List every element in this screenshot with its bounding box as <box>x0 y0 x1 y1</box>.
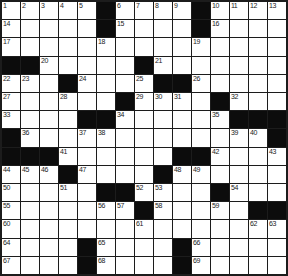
cell-r6c5[interactable] <box>78 93 96 110</box>
cell-r14c1[interactable]: 64 <box>2 239 20 256</box>
cell-r11c1[interactable]: 50 <box>2 184 20 201</box>
clue-number: 22 <box>3 75 10 83</box>
cell-r2c15[interactable] <box>268 20 286 37</box>
cell-r6c3[interactable] <box>40 93 58 110</box>
black-square <box>116 93 134 110</box>
cell-r4c12[interactable] <box>211 57 229 74</box>
cell-r7c7[interactable]: 34 <box>116 111 134 128</box>
cell-r4c15[interactable] <box>268 57 286 74</box>
cell-r13c1[interactable]: 60 <box>2 220 20 237</box>
cell-r7c4[interactable] <box>59 111 77 128</box>
cell-r4c3[interactable]: 20 <box>40 57 58 74</box>
black-square <box>268 129 286 146</box>
cell-r11c13[interactable]: 54 <box>230 184 248 201</box>
cell-r11c3[interactable] <box>40 184 58 201</box>
clue-number: 44 <box>3 166 10 174</box>
cell-r6c11[interactable] <box>192 93 210 110</box>
cell-r14c12[interactable] <box>211 239 229 256</box>
clue-number: 50 <box>3 184 10 192</box>
cell-r2c14[interactable] <box>249 20 267 37</box>
clue-number: 2 <box>22 2 25 10</box>
cell-r9c7[interactable] <box>116 148 134 165</box>
cell-r15c4[interactable] <box>59 257 77 274</box>
cell-r8c4[interactable] <box>59 129 77 146</box>
cell-r3c13[interactable] <box>230 38 248 55</box>
cell-r2c9[interactable] <box>154 20 172 37</box>
cell-r11c5[interactable] <box>78 184 96 201</box>
cell-r5c5[interactable]: 24 <box>78 75 96 92</box>
clue-number: 10 <box>212 2 219 10</box>
cell-r2c1[interactable]: 14 <box>2 20 20 37</box>
cell-r10c14[interactable] <box>249 166 267 183</box>
cell-r11c4[interactable]: 51 <box>59 184 77 201</box>
cell-r5c2[interactable]: 23 <box>21 75 39 92</box>
cell-r4c11[interactable] <box>192 57 210 74</box>
cell-r3c2[interactable] <box>21 38 39 55</box>
cell-r12c7[interactable]: 57 <box>116 202 134 219</box>
cell-r8c2[interactable]: 36 <box>21 129 39 146</box>
cell-r4c10[interactable] <box>173 57 191 74</box>
black-square <box>2 57 20 74</box>
cell-r6c10[interactable]: 31 <box>173 93 191 110</box>
cell-r15c1[interactable]: 67 <box>2 257 20 274</box>
clue-number: 69 <box>193 257 200 265</box>
cell-r4c7[interactable] <box>116 57 134 74</box>
cell-r9c14[interactable] <box>249 148 267 165</box>
cell-r10c10[interactable]: 48 <box>173 166 191 183</box>
cell-r8c3[interactable] <box>40 129 58 146</box>
cell-r8c6[interactable]: 38 <box>97 129 115 146</box>
black-square <box>173 257 191 274</box>
cell-r6c13[interactable]: 32 <box>230 93 248 110</box>
cell-r9c5[interactable] <box>78 148 96 165</box>
clue-number: 14 <box>3 20 10 28</box>
cell-r8c11[interactable] <box>192 129 210 146</box>
clue-number: 65 <box>98 239 105 247</box>
cell-r8c5[interactable]: 37 <box>78 129 96 146</box>
cell-r1c15[interactable]: 13 <box>268 2 286 19</box>
cell-r14c6[interactable]: 65 <box>97 239 115 256</box>
cell-r5c1[interactable]: 22 <box>2 75 20 92</box>
cell-r5c15[interactable] <box>268 75 286 92</box>
cell-r11c15[interactable] <box>268 184 286 201</box>
cell-r4c13[interactable] <box>230 57 248 74</box>
cell-r6c2[interactable] <box>21 93 39 110</box>
cell-r15c12[interactable] <box>211 257 229 274</box>
cell-r13c9[interactable] <box>154 220 172 237</box>
clue-number: 35 <box>212 111 219 119</box>
cell-r3c8[interactable] <box>135 38 153 55</box>
black-square <box>154 166 172 183</box>
cell-r14c14[interactable] <box>249 239 267 256</box>
clue-number: 39 <box>231 129 238 137</box>
cell-r1c14[interactable]: 12 <box>249 2 267 19</box>
clue-number: 30 <box>155 93 162 101</box>
clue-number: 11 <box>231 2 237 10</box>
cell-r3c9[interactable] <box>154 38 172 55</box>
cell-r5c13[interactable] <box>230 75 248 92</box>
cell-r2c2[interactable] <box>21 20 39 37</box>
cell-r3c11[interactable]: 19 <box>192 38 210 55</box>
black-square <box>59 75 77 92</box>
cell-r9c6[interactable] <box>97 148 115 165</box>
black-square <box>268 111 286 128</box>
cell-r1c9[interactable]: 8 <box>154 2 172 19</box>
black-square <box>249 202 267 219</box>
cell-r11c9[interactable]: 53 <box>154 184 172 201</box>
cell-r2c4[interactable] <box>59 20 77 37</box>
cell-r5c12[interactable] <box>211 75 229 92</box>
cell-r11c8[interactable]: 52 <box>135 184 153 201</box>
black-square <box>78 257 96 274</box>
cell-r14c8[interactable] <box>135 239 153 256</box>
clue-number: 40 <box>250 129 257 137</box>
cell-r5c11[interactable]: 26 <box>192 75 210 92</box>
cell-r1c13[interactable]: 11 <box>230 2 248 19</box>
clue-number: 19 <box>193 38 200 46</box>
clue-number: 42 <box>212 148 219 156</box>
cell-r7c12[interactable]: 35 <box>211 111 229 128</box>
black-square <box>192 148 210 165</box>
cell-r13c11[interactable] <box>192 220 210 237</box>
cell-r13c12[interactable] <box>211 220 229 237</box>
cell-r6c6[interactable] <box>97 93 115 110</box>
clue-number: 46 <box>41 166 48 174</box>
black-square <box>2 148 20 165</box>
cell-r13c2[interactable] <box>21 220 39 237</box>
cell-r4c14[interactable] <box>249 57 267 74</box>
clue-number: 28 <box>60 93 67 101</box>
cell-r3c14[interactable] <box>249 38 267 55</box>
cell-r14c13[interactable] <box>230 239 248 256</box>
cell-r3c3[interactable] <box>40 38 58 55</box>
cell-r12c4[interactable] <box>59 202 77 219</box>
crossword-board: 1234567891011121314151617181920212223242… <box>0 0 288 276</box>
cell-r1c8[interactable]: 7 <box>135 2 153 19</box>
cell-r15c8[interactable] <box>135 257 153 274</box>
black-square <box>173 75 191 92</box>
clue-number: 38 <box>98 129 105 137</box>
cell-r10c2[interactable]: 45 <box>21 166 39 183</box>
cell-r6c8[interactable]: 29 <box>135 93 153 110</box>
clue-number: 45 <box>22 166 29 174</box>
clue-number: 37 <box>79 129 86 137</box>
cell-r4c5[interactable] <box>78 57 96 74</box>
cell-r13c13[interactable] <box>230 220 248 237</box>
cell-r5c14[interactable] <box>249 75 267 92</box>
cell-r13c8[interactable]: 61 <box>135 220 153 237</box>
black-square <box>97 111 115 128</box>
clue-number: 18 <box>98 38 105 46</box>
cell-r14c2[interactable] <box>21 239 39 256</box>
cell-r1c5[interactable]: 5 <box>78 2 96 19</box>
cell-r1c1[interactable]: 1 <box>2 2 20 19</box>
clue-number: 24 <box>79 75 86 83</box>
cell-r5c8[interactable]: 25 <box>135 75 153 92</box>
clue-number: 60 <box>3 220 10 228</box>
clue-number: 55 <box>3 202 10 210</box>
black-square <box>230 111 248 128</box>
cell-r14c7[interactable] <box>116 239 134 256</box>
black-square <box>97 2 115 19</box>
black-square <box>249 111 267 128</box>
cell-r12c5[interactable] <box>78 202 96 219</box>
cell-r9c13[interactable] <box>230 148 248 165</box>
clue-number: 1 <box>3 2 6 10</box>
black-square <box>2 129 20 146</box>
cell-r14c9[interactable] <box>154 239 172 256</box>
black-square <box>173 239 191 256</box>
clue-number: 9 <box>174 2 177 10</box>
cell-r13c5[interactable] <box>78 220 96 237</box>
clue-number: 49 <box>193 166 200 174</box>
cell-r8c7[interactable] <box>116 129 134 146</box>
cell-r14c15[interactable] <box>268 239 286 256</box>
cell-r1c10[interactable]: 9 <box>173 2 191 19</box>
cell-r7c11[interactable] <box>192 111 210 128</box>
cell-r7c2[interactable] <box>21 111 39 128</box>
black-square <box>192 2 210 19</box>
clue-number: 63 <box>269 220 276 228</box>
cell-r13c6[interactable] <box>97 220 115 237</box>
cell-r3c6[interactable]: 18 <box>97 38 115 55</box>
cell-r6c14[interactable] <box>249 93 267 110</box>
clue-number: 4 <box>60 2 63 10</box>
cell-r15c14[interactable] <box>249 257 267 274</box>
clue-number: 3 <box>41 2 44 10</box>
cell-r10c15[interactable] <box>268 166 286 183</box>
cell-r6c15[interactable] <box>268 93 286 110</box>
cell-r12c13[interactable] <box>230 202 248 219</box>
cell-r9c12[interactable]: 42 <box>211 148 229 165</box>
cell-r12c2[interactable] <box>21 202 39 219</box>
cell-r2c8[interactable] <box>135 20 153 37</box>
cell-r3c12[interactable] <box>211 38 229 55</box>
cell-r12c10[interactable] <box>173 202 191 219</box>
cell-r5c3[interactable] <box>40 75 58 92</box>
clue-number: 32 <box>231 93 238 101</box>
black-square <box>97 184 115 201</box>
clue-number: 53 <box>155 184 162 192</box>
clue-number: 48 <box>174 166 181 174</box>
clue-number: 67 <box>3 257 10 265</box>
cell-r12c12[interactable]: 59 <box>211 202 229 219</box>
cell-r12c6[interactable]: 56 <box>97 202 115 219</box>
cell-r13c10[interactable] <box>173 220 191 237</box>
cell-r3c1[interactable]: 17 <box>2 38 20 55</box>
black-square <box>97 20 115 37</box>
cell-r11c14[interactable] <box>249 184 267 201</box>
cell-r7c3[interactable] <box>40 111 58 128</box>
clue-number: 43 <box>269 148 276 156</box>
clue-number: 54 <box>231 184 238 192</box>
clue-number: 59 <box>212 202 219 210</box>
cell-r9c4[interactable]: 41 <box>59 148 77 165</box>
cell-r14c3[interactable] <box>40 239 58 256</box>
clue-number: 62 <box>250 220 257 228</box>
clue-number: 23 <box>22 75 29 83</box>
clue-number: 41 <box>60 148 67 156</box>
cell-r2c10[interactable] <box>173 20 191 37</box>
clue-number: 51 <box>60 184 67 192</box>
clue-number: 31 <box>174 93 181 101</box>
black-square <box>78 239 96 256</box>
cell-r3c7[interactable] <box>116 38 134 55</box>
cell-r12c1[interactable]: 55 <box>2 202 20 219</box>
cell-r10c6[interactable] <box>97 166 115 183</box>
cell-r10c8[interactable] <box>135 166 153 183</box>
cell-r13c14[interactable]: 62 <box>249 220 267 237</box>
cell-r13c15[interactable]: 63 <box>268 220 286 237</box>
clue-number: 47 <box>79 166 86 174</box>
cell-r10c7[interactable] <box>116 166 134 183</box>
black-square <box>40 148 58 165</box>
clue-number: 66 <box>193 239 200 247</box>
cell-r2c5[interactable] <box>78 20 96 37</box>
clue-number: 34 <box>117 111 124 119</box>
cell-r7c9[interactable] <box>154 111 172 128</box>
clue-number: 16 <box>212 20 219 28</box>
cell-r11c11[interactable] <box>192 184 210 201</box>
clue-number: 27 <box>3 93 10 101</box>
cell-r9c9[interactable] <box>154 148 172 165</box>
cell-r6c1[interactable]: 27 <box>2 93 20 110</box>
black-square <box>268 202 286 219</box>
cell-r4c6[interactable] <box>97 57 115 74</box>
cell-r3c4[interactable] <box>59 38 77 55</box>
clue-number: 58 <box>155 202 162 210</box>
cell-r9c8[interactable] <box>135 148 153 165</box>
cell-r4c9[interactable]: 21 <box>154 57 172 74</box>
cell-r15c13[interactable] <box>230 257 248 274</box>
clue-number: 17 <box>3 38 10 46</box>
clue-number: 21 <box>155 57 162 65</box>
black-square <box>211 93 229 110</box>
cell-r2c12[interactable]: 16 <box>211 20 229 37</box>
cell-r15c11[interactable]: 69 <box>192 257 210 274</box>
clue-number: 13 <box>269 2 276 10</box>
cell-r8c8[interactable] <box>135 129 153 146</box>
cell-r8c12[interactable] <box>211 129 229 146</box>
clue-number: 6 <box>117 2 120 10</box>
black-square <box>192 20 210 37</box>
black-square <box>78 111 96 128</box>
clue-number: 25 <box>136 75 143 83</box>
clue-number: 68 <box>98 257 105 265</box>
cell-r8c10[interactable] <box>173 129 191 146</box>
cell-r3c5[interactable] <box>78 38 96 55</box>
cell-r7c10[interactable] <box>173 111 191 128</box>
cell-r7c8[interactable] <box>135 111 153 128</box>
cell-r15c15[interactable] <box>268 257 286 274</box>
cell-r15c9[interactable] <box>154 257 172 274</box>
cell-r10c13[interactable] <box>230 166 248 183</box>
clue-number: 36 <box>22 129 29 137</box>
clue-number: 15 <box>117 20 124 28</box>
cell-r15c3[interactable] <box>40 257 58 274</box>
cell-r2c13[interactable] <box>230 20 248 37</box>
black-square <box>135 57 153 74</box>
cell-r6c4[interactable]: 28 <box>59 93 77 110</box>
clue-number: 57 <box>117 202 124 210</box>
cell-r1c2[interactable]: 2 <box>21 2 39 19</box>
cell-r10c3[interactable]: 46 <box>40 166 58 183</box>
clue-number: 12 <box>250 2 257 10</box>
cell-r1c3[interactable]: 3 <box>40 2 58 19</box>
cell-r7c1[interactable]: 33 <box>2 111 20 128</box>
clue-number: 20 <box>41 57 48 65</box>
cell-r13c3[interactable] <box>40 220 58 237</box>
black-square <box>21 148 39 165</box>
clue-number: 5 <box>79 2 82 10</box>
clue-number: 56 <box>98 202 105 210</box>
black-square <box>59 166 77 183</box>
cell-r12c11[interactable] <box>192 202 210 219</box>
cell-r5c6[interactable] <box>97 75 115 92</box>
black-square <box>116 184 134 201</box>
black-square <box>21 57 39 74</box>
cell-r10c11[interactable]: 49 <box>192 166 210 183</box>
cell-r12c3[interactable] <box>40 202 58 219</box>
cell-r15c7[interactable] <box>116 257 134 274</box>
clue-number: 26 <box>193 75 200 83</box>
cell-r11c2[interactable] <box>21 184 39 201</box>
cell-r5c7[interactable] <box>116 75 134 92</box>
cell-r1c4[interactable]: 4 <box>59 2 77 19</box>
cell-r9c15[interactable]: 43 <box>268 148 286 165</box>
cell-r4c4[interactable] <box>59 57 77 74</box>
cell-r13c7[interactable] <box>116 220 134 237</box>
clue-number: 29 <box>136 93 143 101</box>
cell-r15c6[interactable]: 68 <box>97 257 115 274</box>
cell-r13c4[interactable] <box>59 220 77 237</box>
black-square <box>173 148 191 165</box>
black-square <box>135 202 153 219</box>
cell-r2c3[interactable] <box>40 20 58 37</box>
clue-number: 33 <box>3 111 10 119</box>
cell-r10c1[interactable]: 44 <box>2 166 20 183</box>
black-square <box>211 184 229 201</box>
cell-r1c12[interactable]: 10 <box>211 2 229 19</box>
cell-r1c7[interactable]: 6 <box>116 2 134 19</box>
cell-r6c9[interactable]: 30 <box>154 93 172 110</box>
black-square <box>154 75 172 92</box>
clue-number: 8 <box>155 2 158 10</box>
cell-r2c7[interactable]: 15 <box>116 20 134 37</box>
cell-r14c4[interactable] <box>59 239 77 256</box>
cell-r8c9[interactable] <box>154 129 172 146</box>
cell-r10c5[interactable]: 47 <box>78 166 96 183</box>
clue-number: 52 <box>136 184 143 192</box>
cell-r14c11[interactable]: 66 <box>192 239 210 256</box>
cell-r12c9[interactable]: 58 <box>154 202 172 219</box>
cell-r10c12[interactable] <box>211 166 229 183</box>
cell-r15c2[interactable] <box>21 257 39 274</box>
cell-r8c14[interactable]: 40 <box>249 129 267 146</box>
clue-number: 61 <box>136 220 143 228</box>
cell-r3c10[interactable] <box>173 38 191 55</box>
clue-number: 64 <box>3 239 10 247</box>
cell-r11c10[interactable] <box>173 184 191 201</box>
cell-r8c13[interactable]: 39 <box>230 129 248 146</box>
clue-number: 7 <box>136 2 139 10</box>
cell-r3c15[interactable] <box>268 38 286 55</box>
